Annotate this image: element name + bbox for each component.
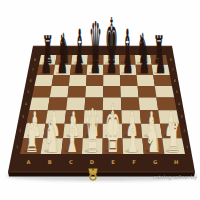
piece-black-p-g7[interactable]: ♟ — [139, 43, 150, 82]
piece-black-p-c7[interactable]: ♟ — [74, 43, 85, 82]
piece-white-q-d1[interactable]: ♛ — [85, 96, 101, 165]
square-a5[interactable] — [32, 86, 52, 98]
piece-white-k-e1[interactable]: ♚ — [105, 90, 121, 166]
rank-label-left-1: 1 — [16, 145, 18, 149]
square-g5[interactable] — [138, 86, 157, 98]
piece-black-p-h7[interactable]: ♟ — [155, 43, 166, 82]
rank-label-left-7: 7 — [32, 68, 34, 72]
rank-label-right-2: 2 — [183, 129, 185, 133]
piece-white-b-c1[interactable]: ♝ — [65, 106, 80, 164]
square-c5[interactable] — [68, 86, 87, 98]
square-f5[interactable] — [120, 86, 138, 98]
rank-label-right-5: 5 — [176, 90, 178, 94]
piece-black-p-d7[interactable]: ♟ — [90, 43, 101, 82]
page: { "game": "chess", "scene": "wooden fold… — [0, 0, 200, 200]
rank-label-right-7: 7 — [172, 68, 174, 72]
square-h5[interactable] — [155, 86, 174, 98]
rank-label-left-5: 5 — [27, 90, 29, 94]
piece-black-p-a7[interactable]: ♟ — [41, 43, 52, 82]
product-photo: ABCDEFGH8877665544332211♜♞♝♛♚♝♞♜♟♟♟♟♟♟♟♟… — [0, 0, 200, 200]
piece-white-r-a1[interactable]: ♜ — [25, 115, 39, 161]
square-b5[interactable] — [50, 86, 69, 98]
piece-white-b-f1[interactable]: ♝ — [125, 106, 140, 164]
watermark: catalog.onliner.by — [153, 175, 197, 180]
chess-board: ABCDEFGH8877665544332211♜♞♝♛♚♝♞♜♟♟♟♟♟♟♟♟… — [0, 0, 200, 200]
rank-label-left-2: 2 — [19, 129, 21, 133]
piece-black-p-b7[interactable]: ♟ — [57, 43, 68, 82]
rank-label-right-3: 3 — [181, 115, 183, 119]
piece-white-n-g1[interactable]: ♞ — [145, 111, 161, 162]
piece-black-p-f7[interactable]: ♟ — [123, 43, 134, 82]
piece-black-p-e7[interactable]: ♟ — [106, 43, 117, 82]
rank-label-right-1: 1 — [186, 145, 188, 149]
piece-white-r-h1[interactable]: ♜ — [166, 115, 180, 161]
piece-white-n-b1[interactable]: ♞ — [44, 111, 60, 162]
